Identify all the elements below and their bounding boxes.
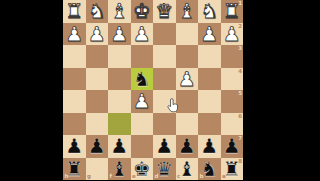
rank-label-4: 4: [238, 69, 242, 75]
square-b5[interactable]: [198, 90, 221, 113]
square-c8[interactable]: ♝c: [176, 158, 199, 181]
square-f1[interactable]: ♝: [108, 0, 131, 23]
square-b2[interactable]: ♟: [198, 23, 221, 46]
white-pawn[interactable]: ♟: [221, 23, 244, 46]
video-frame: ♜♞♝♚♛♝♞♜1♟♟♟♟♟♟23♞♟4♟56♟♟♟♟♟♟♟7♜hg♝f♚e♛d…: [0, 0, 320, 180]
black-pawn[interactable]: ♟: [176, 135, 199, 158]
black-king[interactable]: ♚: [131, 158, 154, 181]
square-f5[interactable]: [108, 90, 131, 113]
square-h3[interactable]: [63, 45, 86, 68]
square-a4[interactable]: 4: [221, 68, 244, 91]
black-queen[interactable]: ♛: [153, 158, 176, 181]
white-pawn[interactable]: ♟: [176, 68, 199, 91]
white-bishop[interactable]: ♝: [176, 0, 199, 23]
rank-label-5: 5: [238, 91, 242, 97]
white-queen[interactable]: ♛: [153, 0, 176, 23]
rank-label-6: 6: [238, 114, 242, 120]
black-pawn[interactable]: ♟: [108, 135, 131, 158]
square-b6[interactable]: [198, 113, 221, 136]
black-pawn[interactable]: ♟: [153, 135, 176, 158]
square-b3[interactable]: [198, 45, 221, 68]
square-h7[interactable]: ♟: [63, 135, 86, 158]
white-pawn[interactable]: ♟: [131, 90, 154, 113]
black-knight[interactable]: ♞: [131, 68, 154, 91]
square-a7[interactable]: ♟7: [221, 135, 244, 158]
square-a2[interactable]: ♟2: [221, 23, 244, 46]
left-letterbox: [0, 0, 63, 180]
square-e2[interactable]: ♟: [131, 23, 154, 46]
square-c4[interactable]: ♟: [176, 68, 199, 91]
black-pawn[interactable]: ♟: [221, 135, 244, 158]
square-g1[interactable]: ♞: [86, 0, 109, 23]
square-h6[interactable]: [63, 113, 86, 136]
square-g6[interactable]: [86, 113, 109, 136]
square-c5[interactable]: [176, 90, 199, 113]
white-pawn[interactable]: ♟: [63, 23, 86, 46]
square-g3[interactable]: [86, 45, 109, 68]
square-f6[interactable]: [108, 113, 131, 136]
white-rook[interactable]: ♜: [63, 0, 86, 23]
white-knight[interactable]: ♞: [86, 0, 109, 23]
square-b8[interactable]: ♞b: [198, 158, 221, 181]
square-h4[interactable]: [63, 68, 86, 91]
square-b7[interactable]: ♟: [198, 135, 221, 158]
black-pawn[interactable]: ♟: [86, 135, 109, 158]
square-a8[interactable]: ♜8a: [221, 158, 244, 181]
square-b1[interactable]: ♞: [198, 0, 221, 23]
white-king[interactable]: ♚: [131, 0, 154, 23]
square-a6[interactable]: 6: [221, 113, 244, 136]
square-e8[interactable]: ♚e: [131, 158, 154, 181]
square-c7[interactable]: ♟: [176, 135, 199, 158]
square-c2[interactable]: [176, 23, 199, 46]
square-f3[interactable]: [108, 45, 131, 68]
square-a5[interactable]: 5: [221, 90, 244, 113]
square-h1[interactable]: ♜: [63, 0, 86, 23]
square-c1[interactable]: ♝: [176, 0, 199, 23]
white-bishop[interactable]: ♝: [108, 0, 131, 23]
chess-board[interactable]: ♜♞♝♚♛♝♞♜1♟♟♟♟♟♟23♞♟4♟56♟♟♟♟♟♟♟7♜hg♝f♚e♛d…: [63, 0, 243, 180]
black-bishop[interactable]: ♝: [108, 158, 131, 181]
square-g4[interactable]: [86, 68, 109, 91]
white-knight[interactable]: ♞: [198, 0, 221, 23]
white-rook[interactable]: ♜: [221, 0, 244, 23]
square-d5[interactable]: [153, 90, 176, 113]
black-pawn[interactable]: ♟: [198, 135, 221, 158]
white-pawn[interactable]: ♟: [86, 23, 109, 46]
file-label-g: g: [87, 174, 91, 180]
square-h2[interactable]: ♟: [63, 23, 86, 46]
square-e6[interactable]: [131, 113, 154, 136]
square-g2[interactable]: ♟: [86, 23, 109, 46]
black-rook[interactable]: ♜: [63, 158, 86, 181]
square-f7[interactable]: ♟: [108, 135, 131, 158]
square-e4[interactable]: ♞: [131, 68, 154, 91]
white-pawn[interactable]: ♟: [108, 23, 131, 46]
white-pawn[interactable]: ♟: [198, 23, 221, 46]
black-rook[interactable]: ♜: [221, 158, 244, 181]
square-d3[interactable]: [153, 45, 176, 68]
square-e1[interactable]: ♚: [131, 0, 154, 23]
square-c3[interactable]: [176, 45, 199, 68]
white-pawn[interactable]: ♟: [131, 23, 154, 46]
black-knight[interactable]: ♞: [198, 158, 221, 181]
square-d7[interactable]: ♟: [153, 135, 176, 158]
square-b4[interactable]: [198, 68, 221, 91]
square-a1[interactable]: ♜1: [221, 0, 244, 23]
square-e5[interactable]: ♟: [131, 90, 154, 113]
square-g5[interactable]: [86, 90, 109, 113]
square-d6[interactable]: [153, 113, 176, 136]
square-a3[interactable]: 3: [221, 45, 244, 68]
square-d4[interactable]: [153, 68, 176, 91]
rank-label-3: 3: [238, 46, 242, 52]
square-h8[interactable]: ♜h: [63, 158, 86, 181]
square-d2[interactable]: [153, 23, 176, 46]
square-f2[interactable]: ♟: [108, 23, 131, 46]
square-g7[interactable]: ♟: [86, 135, 109, 158]
square-d8[interactable]: ♛d: [153, 158, 176, 181]
square-f8[interactable]: ♝f: [108, 158, 131, 181]
square-c6[interactable]: [176, 113, 199, 136]
square-f4[interactable]: [108, 68, 131, 91]
right-letterbox: [243, 0, 320, 180]
black-pawn[interactable]: ♟: [63, 135, 86, 158]
square-h5[interactable]: [63, 90, 86, 113]
square-g8[interactable]: g: [86, 158, 109, 181]
square-e3[interactable]: [131, 45, 154, 68]
black-bishop[interactable]: ♝: [176, 158, 199, 181]
square-d1[interactable]: ♛: [153, 0, 176, 23]
square-e7[interactable]: [131, 135, 154, 158]
